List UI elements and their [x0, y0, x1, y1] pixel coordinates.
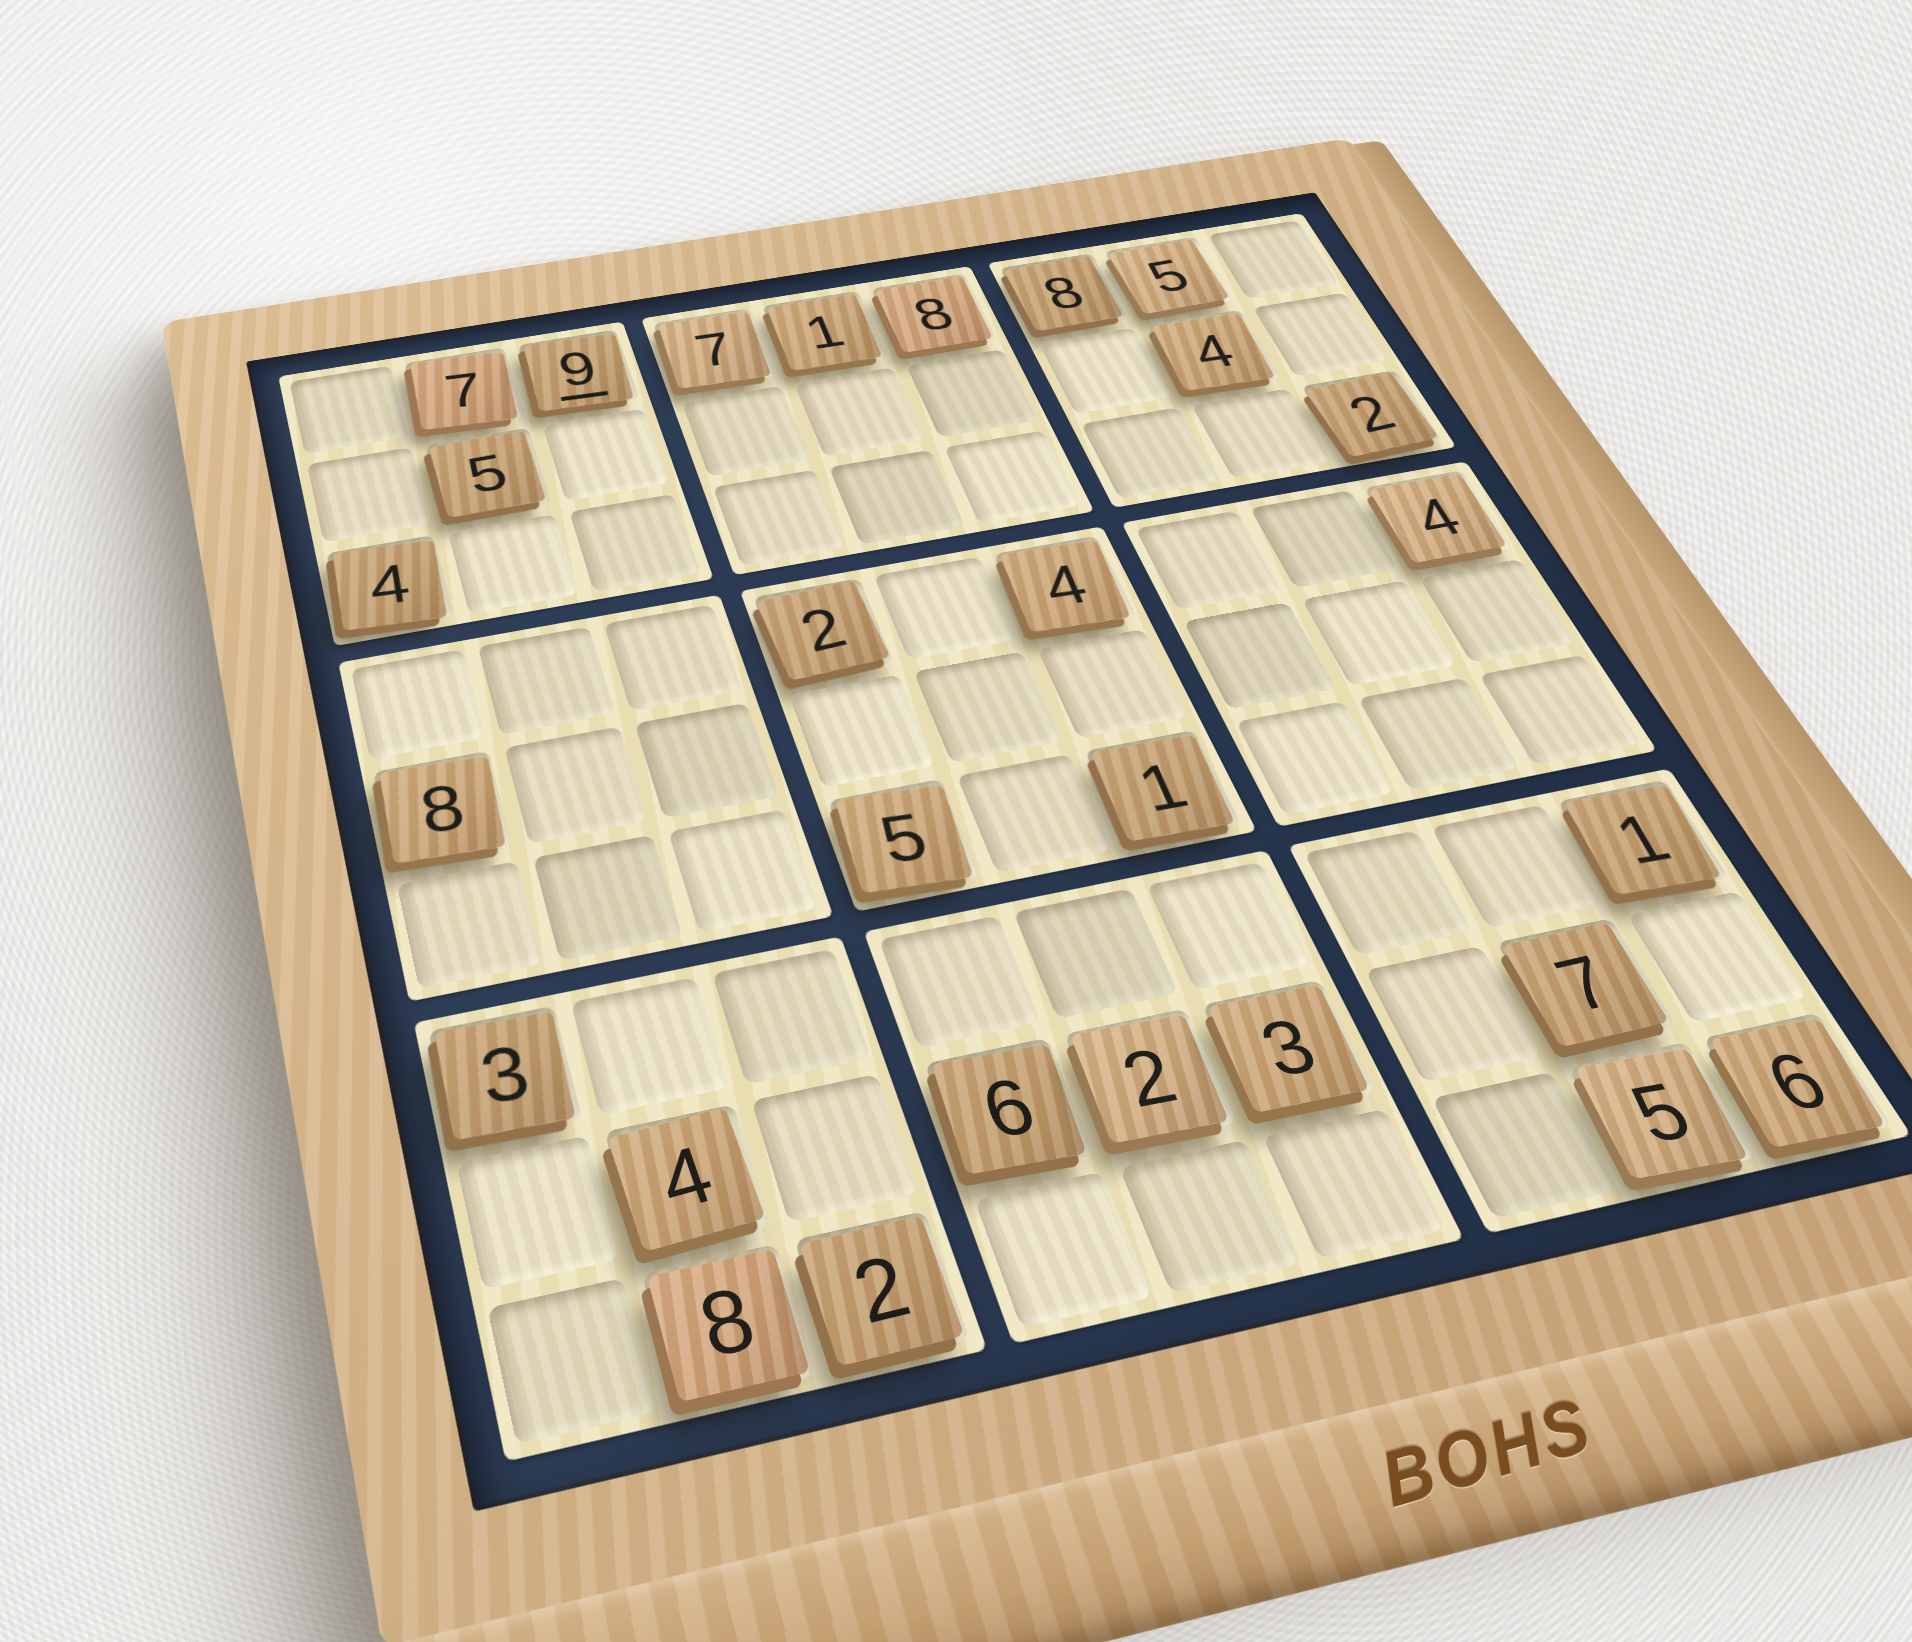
tile-1-r1c5[interactable]: 1: [767, 294, 884, 371]
cell-r1c6[interactable]: 8: [870, 274, 997, 356]
cell-r8c5[interactable]: 2: [1064, 1009, 1237, 1150]
tile-digit: 8: [906, 290, 961, 338]
tile-7-r1c4[interactable]: 7: [658, 312, 772, 390]
cell-r2c1[interactable]: [307, 447, 431, 542]
cell-r4c3[interactable]: [604, 605, 743, 712]
cell-r2c2[interactable]: 5: [426, 428, 551, 521]
tile-digit: 3: [1250, 1008, 1327, 1089]
tile-7-r1c2[interactable]: 7: [410, 352, 519, 431]
tile-1-r6c6[interactable]: 1: [1090, 734, 1235, 841]
tile-digit: 4: [1404, 490, 1471, 547]
cell-r3c1[interactable]: 4: [326, 535, 454, 636]
cell-r2c6[interactable]: [906, 350, 1038, 437]
board-felt: 7954718854282451434826231756: [246, 192, 1912, 1511]
tile-digit: 5: [462, 447, 514, 502]
tile-digit: 7: [441, 365, 487, 416]
tile-2-r9c3[interactable]: 2: [799, 1215, 965, 1367]
cell-r1c3[interactable]: 9: [517, 330, 639, 416]
tile-8-r1c7[interactable]: 8: [1003, 256, 1124, 332]
cell-r1c1[interactable]: [289, 366, 408, 455]
cell-r7c6[interactable]: [1146, 862, 1312, 990]
cell-r1c2[interactable]: 7: [404, 347, 525, 434]
tile-digit: 9: [548, 343, 608, 400]
cell-r6c1[interactable]: [397, 861, 543, 989]
tile-digit: 4: [366, 555, 414, 614]
cell-r7c1[interactable]: 3: [428, 1006, 583, 1147]
cell-r7c2[interactable]: [571, 977, 728, 1116]
tile-5-r1c8[interactable]: 5: [1108, 239, 1231, 315]
cell-r3c5[interactable]: [829, 450, 965, 545]
cell-r2c5[interactable]: [795, 368, 925, 457]
tile-5-r6c4[interactable]: 5: [835, 784, 974, 893]
tile-9-r1c3[interactable]: 9: [523, 333, 634, 411]
cell-r2c4[interactable]: [682, 386, 811, 476]
cell-r6c5[interactable]: [957, 754, 1112, 873]
tile-digit: 1: [1128, 753, 1196, 821]
cell-r6c4[interactable]: 5: [828, 778, 981, 899]
tile-8-r1c6[interactable]: 8: [874, 276, 993, 353]
box-0-0: 7954: [278, 322, 714, 647]
tile-digit: 4: [650, 1134, 723, 1224]
cell-r4c1[interactable]: [351, 649, 486, 759]
tile-4-r3c1[interactable]: 4: [333, 540, 448, 631]
cell-r5c6[interactable]: [1037, 629, 1187, 738]
tile-digit: 8: [691, 1276, 764, 1373]
tile-8-r9c2[interactable]: 8: [647, 1249, 809, 1402]
cell-r4c4[interactable]: 2: [753, 578, 894, 683]
tile-digit: 1: [1603, 804, 1680, 874]
tile-6-r8c4[interactable]: 6: [932, 1044, 1088, 1175]
cell-r1c8[interactable]: 5: [1104, 237, 1234, 317]
cell-r2c9[interactable]: [1253, 293, 1389, 376]
cell-r6c6[interactable]: 1: [1084, 730, 1241, 847]
cell-r3c7[interactable]: [1081, 407, 1220, 499]
tile-4-r2c8[interactable]: 4: [1152, 314, 1277, 392]
cell-r8c3[interactable]: [751, 1074, 918, 1222]
tile-digit: 2: [843, 1242, 919, 1337]
cell-r4c5[interactable]: [874, 557, 1016, 660]
cell-r9c2[interactable]: 8: [642, 1244, 815, 1408]
cell-r9c1[interactable]: [487, 1277, 657, 1444]
tile-3-r7c1[interactable]: 3: [434, 1011, 576, 1141]
tile-digit: 4: [1034, 556, 1095, 615]
box-1-0: 8: [338, 595, 833, 1002]
tile-digit: 5: [1140, 253, 1199, 300]
sudoku-board: 7954718854282451434826231756 BOHS: [161, 138, 1912, 1642]
tile-4-r8c2[interactable]: 4: [608, 1107, 767, 1252]
cell-r2c3[interactable]: [542, 409, 669, 501]
cell-r5c3[interactable]: [634, 703, 778, 818]
cell-r7c5[interactable]: [1014, 888, 1178, 1019]
cell-r5c4[interactable]: [789, 675, 936, 787]
tile-2-r8c5[interactable]: 2: [1071, 1014, 1231, 1144]
cell-r6c3[interactable]: [668, 809, 819, 933]
cell-r1c7[interactable]: 8: [1000, 253, 1129, 334]
tile-digit: 7: [689, 325, 739, 374]
tile-digit: 5: [873, 803, 935, 873]
tile-digit: 4: [1184, 327, 1242, 376]
cell-r7c4[interactable]: [879, 915, 1041, 1048]
cell-r3c2[interactable]: [448, 514, 578, 614]
cell-r5c2[interactable]: [505, 727, 647, 844]
cell-r1c9[interactable]: [1208, 220, 1339, 298]
tile-digit: 5: [1619, 1071, 1704, 1155]
cell-r7c3[interactable]: [712, 949, 872, 1085]
cell-r3c6[interactable]: [944, 430, 1081, 523]
tile-2-r3c9[interactable]: 2: [1304, 371, 1439, 457]
tile-digit: 2: [1113, 1037, 1187, 1120]
tile-digit: 2: [1338, 387, 1404, 440]
cell-r2c7[interactable]: [1039, 328, 1173, 414]
cell-r5c5[interactable]: [914, 652, 1063, 763]
tile-digit: 6: [973, 1067, 1044, 1151]
scene: 7954718854282451434826231756 BOHS: [0, 0, 1912, 1642]
tile-5-r2c2[interactable]: 5: [429, 431, 547, 519]
brand-logo: BOHS: [1372, 1380, 1606, 1525]
tile-digit: 7: [1544, 945, 1627, 1024]
tile-4-r4c6[interactable]: 4: [999, 540, 1131, 632]
cell-r5c1[interactable]: 8: [373, 751, 513, 870]
tile-8-r5c1[interactable]: 8: [379, 756, 506, 864]
cell-r8c4[interactable]: 6: [925, 1038, 1095, 1182]
cell-r9c6[interactable]: [1262, 1108, 1446, 1259]
tile-4-r4c9[interactable]: 4: [1368, 473, 1507, 563]
cell-r4c6[interactable]: 4: [993, 536, 1137, 637]
cell-r3c4[interactable]: [713, 469, 847, 565]
cell-r6c2[interactable]: [533, 835, 682, 961]
cell-r8c2[interactable]: 4: [605, 1105, 770, 1255]
cell-r1c5[interactable]: 1: [762, 291, 888, 374]
cell-r9c3[interactable]: 2: [794, 1210, 970, 1371]
tile-3-r8c6[interactable]: 3: [1208, 985, 1371, 1114]
tile-digit: 8: [1035, 269, 1092, 317]
tile-digit: 6: [1753, 1041, 1841, 1124]
cell-r3c3[interactable]: [569, 494, 701, 592]
cell-r8c1[interactable]: [457, 1136, 619, 1289]
tile-digit: 2: [792, 599, 855, 662]
tile-digit: 1: [798, 308, 851, 357]
tile-2-r4c4[interactable]: 2: [756, 580, 891, 681]
tile-digit: 3: [474, 1034, 535, 1116]
cell-r1c4[interactable]: 7: [653, 308, 777, 392]
cell-r4c2[interactable]: [478, 627, 615, 735]
cell-r8c6[interactable]: 3: [1202, 980, 1377, 1119]
grid: 7954718854282451434826231756: [278, 213, 1911, 1461]
tile-digit: 8: [416, 775, 470, 844]
cell-r9c4[interactable]: [974, 1171, 1153, 1328]
